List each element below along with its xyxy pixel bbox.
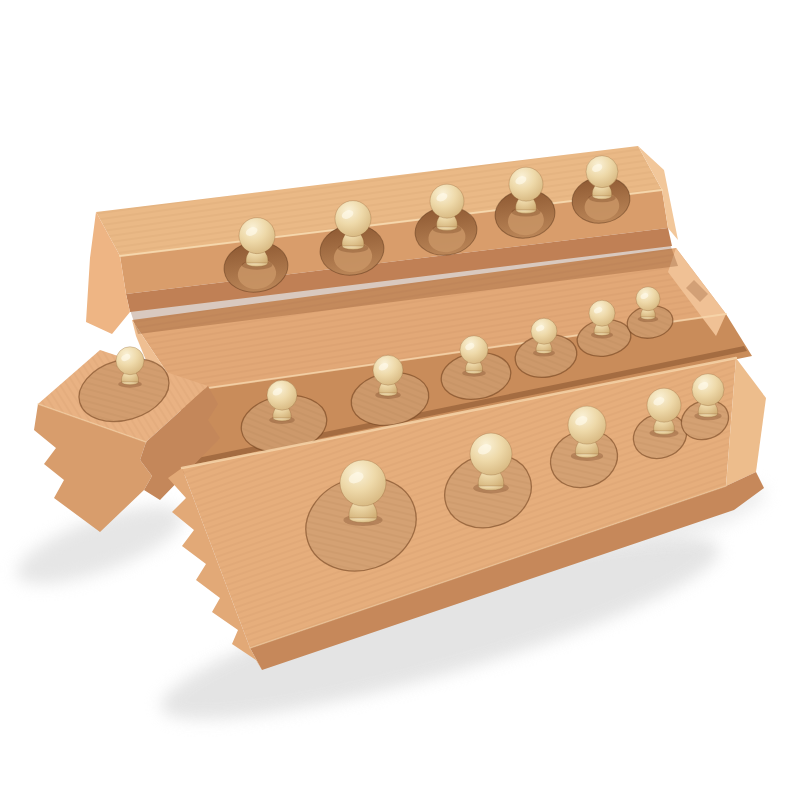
- product-photo: [0, 0, 800, 800]
- montessori-cylinder-blocks-scene: [0, 0, 800, 800]
